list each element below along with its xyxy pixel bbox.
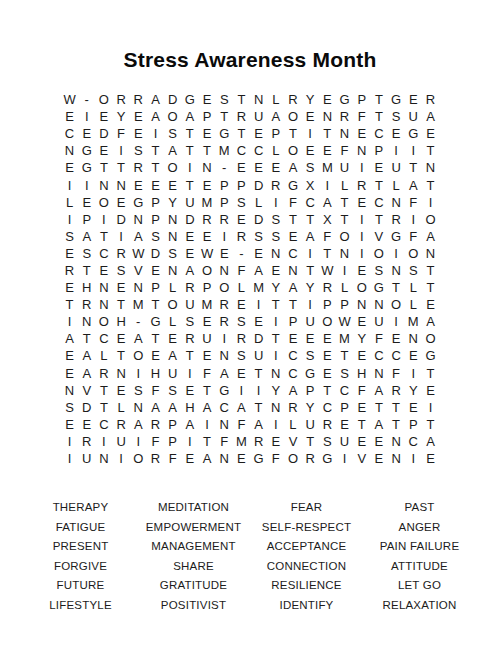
grid-cell[interactable]: E <box>61 416 78 433</box>
grid-cell[interactable]: N <box>353 142 370 159</box>
grid-cell[interactable]: C <box>319 399 336 416</box>
grid-cell[interactable]: I <box>422 399 439 416</box>
grid-cell[interactable]: F <box>405 228 422 245</box>
grid-cell[interactable]: T <box>78 330 95 347</box>
grid-cell[interactable]: R <box>216 313 233 330</box>
grid-cell[interactable]: R <box>233 228 250 245</box>
grid-cell[interactable]: I <box>61 313 78 330</box>
grid-cell[interactable]: R <box>336 108 353 125</box>
grid-cell[interactable]: R <box>319 416 336 433</box>
grid-cell[interactable]: T <box>422 176 439 193</box>
grid-cell[interactable]: I <box>233 382 250 399</box>
grid-cell[interactable]: V <box>284 433 301 450</box>
grid-cell[interactable]: S <box>336 365 353 382</box>
grid-cell[interactable]: E <box>130 108 147 125</box>
grid-cell[interactable]: L <box>267 142 284 159</box>
grid-cell[interactable]: E <box>181 245 198 262</box>
grid-cell[interactable]: N <box>267 365 284 382</box>
grid-cell[interactable]: N <box>198 159 215 176</box>
grid-cell[interactable]: A <box>78 228 95 245</box>
grid-cell[interactable]: R <box>302 450 319 467</box>
grid-cell[interactable]: A <box>181 262 198 279</box>
grid-cell[interactable]: I <box>336 262 353 279</box>
grid-cell[interactable]: E <box>95 262 112 279</box>
grid-cell[interactable]: O <box>130 347 147 364</box>
grid-cell[interactable]: E <box>302 108 319 125</box>
grid-cell[interactable]: C <box>250 142 267 159</box>
grid-cell[interactable]: A <box>422 433 439 450</box>
grid-cell[interactable]: E <box>113 279 130 296</box>
grid-cell[interactable]: F <box>405 194 422 211</box>
grid-cell[interactable]: T <box>284 125 301 142</box>
grid-cell[interactable]: E <box>405 399 422 416</box>
grid-cell[interactable]: H <box>147 365 164 382</box>
grid-cell[interactable]: I <box>147 125 164 142</box>
grid-cell[interactable]: O <box>164 108 181 125</box>
grid-cell[interactable]: G <box>370 279 387 296</box>
grid-cell[interactable]: P <box>405 416 422 433</box>
grid-cell[interactable]: T <box>198 433 215 450</box>
grid-cell[interactable]: E <box>250 313 267 330</box>
grid-cell[interactable]: O <box>164 159 181 176</box>
grid-cell[interactable]: P <box>319 296 336 313</box>
grid-cell[interactable]: E <box>302 330 319 347</box>
grid-cell[interactable]: N <box>405 330 422 347</box>
grid-cell[interactable]: T <box>405 159 422 176</box>
grid-cell[interactable]: T <box>147 142 164 159</box>
grid-cell[interactable]: E <box>250 159 267 176</box>
grid-cell[interactable]: A <box>422 228 439 245</box>
grid-cell[interactable]: N <box>388 450 405 467</box>
grid-cell[interactable]: A <box>147 91 164 108</box>
grid-cell[interactable]: H <box>353 365 370 382</box>
grid-cell[interactable]: A <box>164 142 181 159</box>
grid-cell[interactable]: E <box>370 450 387 467</box>
grid-cell[interactable]: U <box>336 433 353 450</box>
grid-cell[interactable]: Y <box>164 194 181 211</box>
grid-cell[interactable]: C <box>216 399 233 416</box>
grid-cell[interactable]: N <box>164 211 181 228</box>
grid-cell[interactable]: F <box>319 228 336 245</box>
grid-cell[interactable]: P <box>78 211 95 228</box>
grid-cell[interactable]: R <box>250 433 267 450</box>
grid-cell[interactable]: E <box>353 399 370 416</box>
grid-cell[interactable]: E <box>61 159 78 176</box>
grid-cell[interactable]: N <box>164 228 181 245</box>
grid-cell[interactable]: A <box>164 399 181 416</box>
grid-cell[interactable]: C <box>370 125 387 142</box>
grid-cell[interactable]: E <box>388 330 405 347</box>
grid-cell[interactable]: I <box>113 142 130 159</box>
grid-cell[interactable]: Y <box>405 382 422 399</box>
grid-cell[interactable]: I <box>267 313 284 330</box>
grid-cell[interactable]: I <box>388 245 405 262</box>
grid-cell[interactable]: C <box>95 245 112 262</box>
grid-cell[interactable]: N <box>113 176 130 193</box>
grid-cell[interactable]: I <box>78 108 95 125</box>
grid-cell[interactable]: A <box>198 399 215 416</box>
grid-cell[interactable]: T <box>319 382 336 399</box>
grid-cell[interactable]: E <box>370 433 387 450</box>
grid-cell[interactable]: F <box>353 108 370 125</box>
grid-cell[interactable]: R <box>130 159 147 176</box>
grid-cell[interactable]: R <box>113 416 130 433</box>
grid-cell[interactable]: I <box>267 416 284 433</box>
grid-cell[interactable]: T <box>78 262 95 279</box>
grid-cell[interactable]: T <box>181 347 198 364</box>
grid-cell[interactable]: E <box>284 228 301 245</box>
grid-cell[interactable]: O <box>95 194 112 211</box>
grid-cell[interactable]: L <box>250 194 267 211</box>
grid-cell[interactable]: O <box>216 279 233 296</box>
grid-cell[interactable]: T <box>388 416 405 433</box>
grid-cell[interactable]: A <box>233 399 250 416</box>
grid-cell[interactable]: P <box>216 194 233 211</box>
grid-cell[interactable]: I <box>353 211 370 228</box>
grid-cell[interactable]: E <box>422 382 439 399</box>
grid-cell[interactable]: C <box>405 433 422 450</box>
grid-cell[interactable]: U <box>405 108 422 125</box>
grid-cell[interactable]: A <box>78 365 95 382</box>
grid-cell[interactable]: S <box>61 399 78 416</box>
grid-cell[interactable]: D <box>78 399 95 416</box>
grid-cell[interactable]: N <box>353 296 370 313</box>
grid-cell[interactable]: L <box>113 399 130 416</box>
grid-cell[interactable]: S <box>233 194 250 211</box>
grid-cell[interactable]: E <box>113 382 130 399</box>
grid-cell[interactable]: E <box>198 176 215 193</box>
grid-cell[interactable]: E <box>233 211 250 228</box>
grid-cell[interactable]: P <box>164 433 181 450</box>
grid-cell[interactable]: N <box>250 91 267 108</box>
grid-cell[interactable]: P <box>336 296 353 313</box>
grid-cell[interactable]: E <box>164 330 181 347</box>
grid-cell[interactable]: T <box>113 159 130 176</box>
grid-cell[interactable]: N <box>61 382 78 399</box>
grid-cell[interactable]: L <box>336 176 353 193</box>
grid-cell[interactable]: G <box>405 125 422 142</box>
grid-cell[interactable]: S <box>78 245 95 262</box>
grid-cell[interactable]: E <box>250 245 267 262</box>
grid-cell[interactable]: T <box>95 228 112 245</box>
grid-cell[interactable]: S <box>388 108 405 125</box>
grid-cell[interactable]: G <box>319 450 336 467</box>
grid-cell[interactable]: G <box>388 228 405 245</box>
grid-cell[interactable]: G <box>216 382 233 399</box>
grid-cell[interactable]: P <box>233 176 250 193</box>
grid-cell[interactable]: T <box>181 142 198 159</box>
grid-cell[interactable]: T <box>147 296 164 313</box>
grid-cell[interactable]: P <box>353 91 370 108</box>
grid-cell[interactable]: N <box>95 176 112 193</box>
grid-cell[interactable]: I <box>216 228 233 245</box>
grid-cell[interactable]: T <box>388 399 405 416</box>
grid-cell[interactable]: O <box>336 228 353 245</box>
grid-cell[interactable]: - <box>78 91 95 108</box>
grid-cell[interactable]: E <box>61 279 78 296</box>
grid-cell[interactable]: U <box>302 416 319 433</box>
grid-cell[interactable]: T <box>353 416 370 433</box>
grid-cell[interactable]: N <box>216 450 233 467</box>
grid-cell[interactable]: I <box>113 228 130 245</box>
grid-cell[interactable]: I <box>61 211 78 228</box>
grid-cell[interactable]: I <box>95 211 112 228</box>
grid-cell[interactable]: E <box>422 296 439 313</box>
grid-cell[interactable]: S <box>233 347 250 364</box>
grid-cell[interactable]: I <box>336 450 353 467</box>
grid-cell[interactable]: P <box>216 176 233 193</box>
grid-cell[interactable]: E <box>198 228 215 245</box>
grid-cell[interactable]: E <box>233 365 250 382</box>
grid-cell[interactable]: P <box>284 313 301 330</box>
grid-cell[interactable]: C <box>336 382 353 399</box>
grid-cell[interactable]: I <box>388 142 405 159</box>
grid-cell[interactable]: O <box>95 91 112 108</box>
grid-cell[interactable]: T <box>422 365 439 382</box>
grid-cell[interactable]: A <box>130 330 147 347</box>
grid-cell[interactable]: N <box>61 142 78 159</box>
grid-cell[interactable]: V <box>78 382 95 399</box>
grid-cell[interactable]: N <box>216 262 233 279</box>
grid-cell[interactable]: T <box>233 91 250 108</box>
grid-cell[interactable]: - <box>233 245 250 262</box>
grid-cell[interactable]: N <box>95 450 112 467</box>
grid-cell[interactable]: D <box>250 176 267 193</box>
grid-cell[interactable]: A <box>130 416 147 433</box>
grid-cell[interactable]: O <box>198 262 215 279</box>
grid-cell[interactable]: U <box>113 433 130 450</box>
grid-cell[interactable]: Y <box>267 279 284 296</box>
grid-cell[interactable]: E <box>61 108 78 125</box>
grid-cell[interactable]: A <box>302 228 319 245</box>
grid-cell[interactable]: A <box>422 313 439 330</box>
grid-cell[interactable]: T <box>336 194 353 211</box>
grid-cell[interactable]: E <box>95 142 112 159</box>
grid-cell[interactable]: T <box>113 347 130 364</box>
grid-cell[interactable]: R <box>78 296 95 313</box>
grid-cell[interactable]: E <box>422 125 439 142</box>
grid-cell[interactable]: G <box>284 176 301 193</box>
grid-cell[interactable]: G <box>147 313 164 330</box>
grid-cell[interactable]: E <box>267 159 284 176</box>
grid-cell[interactable]: F <box>216 433 233 450</box>
grid-cell[interactable]: A <box>147 399 164 416</box>
grid-cell[interactable]: T <box>198 142 215 159</box>
grid-cell[interactable]: O <box>284 108 301 125</box>
grid-cell[interactable]: I <box>267 347 284 364</box>
grid-cell[interactable]: R <box>181 330 198 347</box>
grid-cell[interactable]: A <box>284 159 301 176</box>
grid-cell[interactable]: I <box>61 433 78 450</box>
grid-cell[interactable]: L <box>405 296 422 313</box>
grid-cell[interactable]: I <box>353 245 370 262</box>
grid-cell[interactable]: I <box>250 382 267 399</box>
grid-cell[interactable]: T <box>370 399 387 416</box>
grid-cell[interactable]: F <box>233 262 250 279</box>
grid-cell[interactable]: N <box>284 262 301 279</box>
grid-cell[interactable]: E <box>267 433 284 450</box>
grid-cell[interactable]: U <box>198 330 215 347</box>
grid-cell[interactable]: I <box>388 313 405 330</box>
grid-cell[interactable]: R <box>113 91 130 108</box>
grid-cell[interactable]: R <box>388 211 405 228</box>
grid-cell[interactable]: E <box>198 125 215 142</box>
grid-cell[interactable]: G <box>78 159 95 176</box>
grid-cell[interactable]: H <box>181 399 198 416</box>
grid-cell[interactable]: S <box>216 91 233 108</box>
grid-cell[interactable]: N <box>95 279 112 296</box>
grid-cell[interactable]: E <box>61 365 78 382</box>
grid-cell[interactable]: T <box>422 142 439 159</box>
grid-cell[interactable]: F <box>284 194 301 211</box>
grid-cell[interactable]: N <box>95 296 112 313</box>
grid-cell[interactable]: A <box>147 108 164 125</box>
grid-cell[interactable]: R <box>422 91 439 108</box>
grid-cell[interactable]: N <box>319 108 336 125</box>
grid-cell[interactable]: R <box>181 279 198 296</box>
grid-cell[interactable]: S <box>147 228 164 245</box>
grid-cell[interactable]: I <box>61 450 78 467</box>
grid-cell[interactable]: M <box>216 142 233 159</box>
grid-cell[interactable]: R <box>233 108 250 125</box>
grid-cell[interactable]: R <box>388 382 405 399</box>
grid-cell[interactable]: D <box>181 211 198 228</box>
grid-cell[interactable]: R <box>353 176 370 193</box>
grid-cell[interactable]: A <box>181 416 198 433</box>
grid-cell[interactable]: E <box>405 347 422 364</box>
grid-cell[interactable]: R <box>113 245 130 262</box>
grid-cell[interactable]: E <box>113 330 130 347</box>
grid-cell[interactable]: D <box>147 245 164 262</box>
grid-cell[interactable]: L <box>267 91 284 108</box>
grid-cell[interactable]: P <box>164 416 181 433</box>
grid-cell[interactable]: E <box>233 296 250 313</box>
grid-cell[interactable]: C <box>388 347 405 364</box>
grid-cell[interactable]: C <box>302 194 319 211</box>
grid-cell[interactable]: U <box>164 365 181 382</box>
grid-cell[interactable]: E <box>61 245 78 262</box>
grid-cell[interactable]: M <box>336 330 353 347</box>
grid-cell[interactable]: M <box>250 279 267 296</box>
grid-cell[interactable]: P <box>147 194 164 211</box>
grid-cell[interactable]: I <box>353 159 370 176</box>
grid-cell[interactable]: C <box>284 245 301 262</box>
grid-cell[interactable]: M <box>319 159 336 176</box>
grid-cell[interactable]: C <box>284 347 301 364</box>
grid-cell[interactable]: O <box>353 279 370 296</box>
grid-cell[interactable]: E <box>319 365 336 382</box>
grid-cell[interactable]: O <box>405 245 422 262</box>
grid-cell[interactable]: O <box>284 142 301 159</box>
grid-cell[interactable]: T <box>198 382 215 399</box>
grid-cell[interactable]: P <box>147 279 164 296</box>
grid-cell[interactable]: F <box>353 382 370 399</box>
grid-cell[interactable]: F <box>113 125 130 142</box>
grid-cell[interactable]: E <box>319 91 336 108</box>
grid-cell[interactable]: S <box>130 382 147 399</box>
grid-cell[interactable]: T <box>267 296 284 313</box>
grid-cell[interactable]: W <box>61 91 78 108</box>
grid-cell[interactable]: T <box>370 176 387 193</box>
grid-cell[interactable]: C <box>370 347 387 364</box>
grid-cell[interactable]: T <box>284 211 301 228</box>
grid-cell[interactable]: A <box>422 108 439 125</box>
grid-cell[interactable]: E <box>336 416 353 433</box>
grid-cell[interactable]: E <box>147 262 164 279</box>
grid-cell[interactable]: T <box>302 211 319 228</box>
grid-cell[interactable]: C <box>61 125 78 142</box>
grid-cell[interactable]: F <box>267 450 284 467</box>
grid-cell[interactable]: E <box>147 347 164 364</box>
grid-cell[interactable]: E <box>319 330 336 347</box>
grid-cell[interactable]: U <box>370 313 387 330</box>
grid-cell[interactable]: C <box>370 194 387 211</box>
grid-cell[interactable]: G <box>78 142 95 159</box>
grid-cell[interactable]: E <box>198 347 215 364</box>
grid-cell[interactable]: W <box>336 313 353 330</box>
grid-cell[interactable]: A <box>319 194 336 211</box>
grid-cell[interactable]: H <box>113 313 130 330</box>
grid-cell[interactable]: A <box>78 347 95 364</box>
grid-cell[interactable]: D <box>95 125 112 142</box>
grid-cell[interactable]: I <box>78 176 95 193</box>
grid-cell[interactable]: N <box>422 245 439 262</box>
grid-cell[interactable]: L <box>95 347 112 364</box>
grid-cell[interactable]: O <box>164 296 181 313</box>
grid-cell[interactable]: E <box>353 313 370 330</box>
grid-cell[interactable]: E <box>370 159 387 176</box>
grid-cell[interactable]: R <box>233 330 250 347</box>
grid-cell[interactable]: H <box>78 279 95 296</box>
grid-cell[interactable]: T <box>422 262 439 279</box>
grid-cell[interactable]: E <box>319 142 336 159</box>
grid-cell[interactable]: P <box>198 279 215 296</box>
grid-cell[interactable]: R <box>78 433 95 450</box>
grid-cell[interactable]: T <box>250 399 267 416</box>
grid-cell[interactable]: N <box>113 365 130 382</box>
grid-cell[interactable]: I <box>113 450 130 467</box>
grid-cell[interactable]: Y <box>302 399 319 416</box>
grid-cell[interactable]: N <box>388 262 405 279</box>
grid-cell[interactable]: T <box>250 365 267 382</box>
grid-cell[interactable]: S <box>181 313 198 330</box>
grid-cell[interactable]: N <box>370 296 387 313</box>
grid-cell[interactable]: T <box>336 347 353 364</box>
grid-cell[interactable]: O <box>284 450 301 467</box>
grid-cell[interactable]: R <box>216 211 233 228</box>
grid-cell[interactable]: L <box>164 279 181 296</box>
grid-cell[interactable]: I <box>198 416 215 433</box>
grid-cell[interactable]: E <box>233 159 250 176</box>
grid-cell[interactable]: E <box>181 382 198 399</box>
grid-cell[interactable]: L <box>388 176 405 193</box>
grid-cell[interactable]: M <box>405 313 422 330</box>
grid-cell[interactable]: U <box>302 313 319 330</box>
grid-cell[interactable]: E <box>181 450 198 467</box>
grid-cell[interactable]: W <box>130 245 147 262</box>
grid-cell[interactable]: O <box>422 211 439 228</box>
grid-cell[interactable]: W <box>319 262 336 279</box>
grid-cell[interactable]: E <box>95 108 112 125</box>
grid-cell[interactable]: I <box>181 365 198 382</box>
grid-cell[interactable]: F <box>164 450 181 467</box>
grid-cell[interactable]: C <box>95 416 112 433</box>
grid-cell[interactable]: G <box>216 125 233 142</box>
grid-cell[interactable]: T <box>95 159 112 176</box>
grid-cell[interactable]: N <box>130 279 147 296</box>
grid-cell[interactable]: I <box>95 433 112 450</box>
grid-cell[interactable]: Y <box>302 279 319 296</box>
